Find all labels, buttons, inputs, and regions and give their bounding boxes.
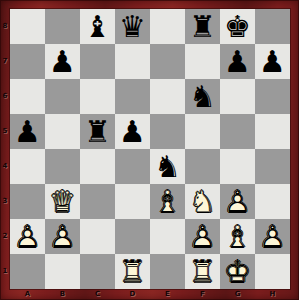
square-g6[interactable] <box>220 79 255 114</box>
square-g5[interactable] <box>220 114 255 149</box>
white-rook-d1[interactable]: ♜♖ <box>115 254 150 289</box>
chess-diagram: 87654321 ABCDEFGH ♝♛♜♚♟♟♟♞♟♜♟♞♛♕♝♗♞♘♟♙♟♙… <box>0 0 299 300</box>
piece-outline: ♙ <box>189 222 216 252</box>
square-g4[interactable] <box>220 149 255 184</box>
black-pawn-a5[interactable]: ♟ <box>10 114 45 149</box>
square-h6[interactable] <box>255 79 290 114</box>
white-pawn-f2[interactable]: ♟♙ <box>185 219 220 254</box>
square-g8[interactable]: ♚ <box>220 9 255 44</box>
square-h1[interactable] <box>255 254 290 289</box>
square-f2[interactable]: ♟♙ <box>185 219 220 254</box>
square-c1[interactable] <box>80 254 115 289</box>
piece-outline: ♗ <box>154 187 181 217</box>
chess-board[interactable]: ♝♛♜♚♟♟♟♞♟♜♟♞♛♕♝♗♞♘♟♙♟♙♟♙♟♙♝♗♟♙♜♖♜♖♚♔ <box>10 9 290 289</box>
square-e4[interactable]: ♞ <box>150 149 185 184</box>
piece-outline: ♔ <box>224 257 251 287</box>
rank-label-4: 4 <box>0 149 10 184</box>
rank-label-5: 5 <box>0 114 10 149</box>
square-h5[interactable] <box>255 114 290 149</box>
white-pawn-h2[interactable]: ♟♙ <box>255 219 290 254</box>
square-h7[interactable]: ♟ <box>255 44 290 79</box>
black-queen-d8[interactable]: ♛ <box>115 9 150 44</box>
square-c2[interactable] <box>80 219 115 254</box>
file-label-a: A <box>10 289 45 300</box>
piece-outline: ♙ <box>14 222 41 252</box>
black-pawn-g7[interactable]: ♟ <box>220 44 255 79</box>
square-b7[interactable]: ♟ <box>45 44 80 79</box>
square-f1[interactable]: ♜♖ <box>185 254 220 289</box>
square-b5[interactable] <box>45 114 80 149</box>
white-rook-f1[interactable]: ♜♖ <box>185 254 220 289</box>
white-queen-b3[interactable]: ♛♕ <box>45 184 80 219</box>
square-a5[interactable]: ♟ <box>10 114 45 149</box>
piece-outline: ♙ <box>259 222 286 252</box>
square-a8[interactable] <box>10 9 45 44</box>
square-e3[interactable]: ♝♗ <box>150 184 185 219</box>
square-d1[interactable]: ♜♖ <box>115 254 150 289</box>
square-d8[interactable]: ♛ <box>115 9 150 44</box>
white-pawn-g3[interactable]: ♟♙ <box>220 184 255 219</box>
square-e5[interactable] <box>150 114 185 149</box>
black-knight-e4[interactable]: ♞ <box>150 149 185 184</box>
square-g7[interactable]: ♟ <box>220 44 255 79</box>
black-knight-f6[interactable]: ♞ <box>185 79 220 114</box>
square-b2[interactable]: ♟♙ <box>45 219 80 254</box>
square-c8[interactable]: ♝ <box>80 9 115 44</box>
square-d5[interactable]: ♟ <box>115 114 150 149</box>
black-bishop-c8[interactable]: ♝ <box>80 9 115 44</box>
black-pawn-d5[interactable]: ♟ <box>115 114 150 149</box>
black-pawn-h7[interactable]: ♟ <box>255 44 290 79</box>
piece-outline: ♖ <box>119 257 146 287</box>
square-d4[interactable] <box>115 149 150 184</box>
file-label-d: D <box>115 289 150 300</box>
piece-outline: ♕ <box>49 187 76 217</box>
rank-label-7: 7 <box>0 44 10 79</box>
square-c4[interactable] <box>80 149 115 184</box>
square-b4[interactable] <box>45 149 80 184</box>
square-h2[interactable]: ♟♙ <box>255 219 290 254</box>
white-king-g1[interactable]: ♚♔ <box>220 254 255 289</box>
square-f8[interactable]: ♜ <box>185 9 220 44</box>
black-rook-f8[interactable]: ♜ <box>185 9 220 44</box>
square-h8[interactable] <box>255 9 290 44</box>
file-label-g: G <box>220 289 255 300</box>
square-f5[interactable] <box>185 114 220 149</box>
square-g2[interactable]: ♝♗ <box>220 219 255 254</box>
square-c5[interactable]: ♜ <box>80 114 115 149</box>
square-h3[interactable] <box>255 184 290 219</box>
square-e2[interactable] <box>150 219 185 254</box>
square-a3[interactable] <box>10 184 45 219</box>
square-a7[interactable] <box>10 44 45 79</box>
rank-label-2: 2 <box>0 219 10 254</box>
file-label-f: F <box>185 289 220 300</box>
square-b1[interactable] <box>45 254 80 289</box>
square-g1[interactable]: ♚♔ <box>220 254 255 289</box>
white-bishop-g2[interactable]: ♝♗ <box>220 219 255 254</box>
square-e6[interactable] <box>150 79 185 114</box>
square-c6[interactable] <box>80 79 115 114</box>
square-d7[interactable] <box>115 44 150 79</box>
square-g3[interactable]: ♟♙ <box>220 184 255 219</box>
square-a4[interactable] <box>10 149 45 184</box>
square-e8[interactable] <box>150 9 185 44</box>
white-knight-f3[interactable]: ♞♘ <box>185 184 220 219</box>
rank-label-1: 1 <box>0 254 10 289</box>
file-label-c: C <box>80 289 115 300</box>
white-pawn-b2[interactable]: ♟♙ <box>45 219 80 254</box>
square-f4[interactable] <box>185 149 220 184</box>
square-e1[interactable] <box>150 254 185 289</box>
square-f6[interactable]: ♞ <box>185 79 220 114</box>
square-d3[interactable] <box>115 184 150 219</box>
black-king-g8[interactable]: ♚ <box>220 9 255 44</box>
piece-outline: ♘ <box>189 187 216 217</box>
black-rook-c5[interactable]: ♜ <box>80 114 115 149</box>
square-c3[interactable] <box>80 184 115 219</box>
piece-outline: ♙ <box>224 187 251 217</box>
black-pawn-b7[interactable]: ♟ <box>45 44 80 79</box>
square-e7[interactable] <box>150 44 185 79</box>
square-b8[interactable] <box>45 9 80 44</box>
file-label-e: E <box>150 289 185 300</box>
white-pawn-a2[interactable]: ♟♙ <box>10 219 45 254</box>
square-a2[interactable]: ♟♙ <box>10 219 45 254</box>
white-bishop-e3[interactable]: ♝♗ <box>150 184 185 219</box>
square-h4[interactable] <box>255 149 290 184</box>
square-f3[interactable]: ♞♘ <box>185 184 220 219</box>
piece-outline: ♙ <box>49 222 76 252</box>
file-label-b: B <box>45 289 80 300</box>
square-d6[interactable] <box>115 79 150 114</box>
square-a6[interactable] <box>10 79 45 114</box>
piece-outline: ♗ <box>224 222 251 252</box>
rank-label-8: 8 <box>0 9 10 44</box>
file-label-h: H <box>255 289 290 300</box>
square-b6[interactable] <box>45 79 80 114</box>
piece-outline: ♖ <box>189 257 216 287</box>
square-d2[interactable] <box>115 219 150 254</box>
square-c7[interactable] <box>80 44 115 79</box>
square-a1[interactable] <box>10 254 45 289</box>
rank-label-3: 3 <box>0 184 10 219</box>
square-b3[interactable]: ♛♕ <box>45 184 80 219</box>
square-f7[interactable] <box>185 44 220 79</box>
rank-label-6: 6 <box>0 79 10 114</box>
